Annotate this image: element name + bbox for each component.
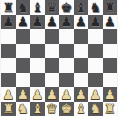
piece-white-bishop[interactable]: ♝ [75, 102, 87, 115]
piece-white-rook[interactable]: ♜ [104, 102, 116, 115]
square-g2[interactable]: ♟ [88, 87, 103, 102]
square-h2[interactable]: ♟ [103, 87, 118, 102]
square-a3[interactable] [1, 73, 16, 88]
square-f4[interactable] [74, 58, 89, 73]
square-f8[interactable]: ♝ [74, 0, 89, 15]
square-e2[interactable]: ♟ [59, 87, 74, 102]
piece-white-pawn[interactable]: ♟ [31, 88, 43, 101]
square-b3[interactable] [16, 73, 31, 88]
square-a4[interactable] [1, 58, 16, 73]
square-h8[interactable]: ♜ [103, 0, 118, 15]
piece-black-pawn[interactable]: ♟ [75, 15, 87, 28]
piece-white-pawn[interactable]: ♟ [89, 88, 101, 101]
square-c3[interactable] [30, 73, 45, 88]
square-d1[interactable]: ♛ [45, 102, 60, 117]
square-b8[interactable]: ♞ [16, 0, 31, 15]
piece-black-rook[interactable]: ♜ [2, 1, 14, 14]
square-a8[interactable]: ♜ [1, 0, 16, 15]
square-f2[interactable]: ♟ [74, 87, 89, 102]
square-c7[interactable]: ♟ [30, 15, 45, 30]
square-h1[interactable]: ♜ [103, 102, 118, 117]
piece-white-rook[interactable]: ♜ [2, 102, 14, 115]
square-d5[interactable] [45, 44, 60, 59]
square-h7[interactable]: ♟ [103, 15, 118, 30]
chess-app: ♜♞♝♛♚♝♞♜♟♟♟♟♟♟♟♟♟♟♟♟♟♟♟♟♜♞♝♛♚♝♞♜ [0, 0, 118, 116]
square-d2[interactable]: ♟ [45, 87, 60, 102]
square-a7[interactable]: ♟ [1, 15, 16, 30]
piece-black-rook[interactable]: ♜ [104, 1, 116, 14]
square-e7[interactable]: ♟ [59, 15, 74, 30]
square-b6[interactable] [16, 29, 31, 44]
square-c5[interactable] [30, 44, 45, 59]
piece-white-pawn[interactable]: ♟ [104, 88, 116, 101]
square-f5[interactable] [74, 44, 89, 59]
square-e4[interactable] [59, 58, 74, 73]
piece-black-bishop[interactable]: ♝ [31, 1, 43, 14]
square-a5[interactable] [1, 44, 16, 59]
square-c2[interactable]: ♟ [30, 87, 45, 102]
square-g1[interactable]: ♞ [88, 102, 103, 117]
piece-black-pawn[interactable]: ♟ [31, 15, 43, 28]
piece-white-knight[interactable]: ♞ [17, 102, 29, 115]
square-e3[interactable] [59, 73, 74, 88]
piece-white-queen[interactable]: ♛ [46, 102, 58, 115]
square-d8[interactable]: ♛ [45, 0, 60, 15]
square-c6[interactable] [30, 29, 45, 44]
square-b4[interactable] [16, 58, 31, 73]
piece-white-pawn[interactable]: ♟ [2, 88, 14, 101]
piece-black-pawn[interactable]: ♟ [89, 15, 101, 28]
piece-white-pawn[interactable]: ♟ [46, 88, 58, 101]
square-a6[interactable] [1, 29, 16, 44]
square-e1[interactable]: ♚ [59, 102, 74, 117]
square-f6[interactable] [74, 29, 89, 44]
piece-black-knight[interactable]: ♞ [17, 1, 29, 14]
square-g4[interactable] [88, 58, 103, 73]
piece-white-bishop[interactable]: ♝ [31, 102, 43, 115]
square-f3[interactable] [74, 73, 89, 88]
square-c1[interactable]: ♝ [30, 102, 45, 117]
square-a2[interactable]: ♟ [1, 87, 16, 102]
piece-white-pawn[interactable]: ♟ [75, 88, 87, 101]
chess-board: ♜♞♝♛♚♝♞♜♟♟♟♟♟♟♟♟♟♟♟♟♟♟♟♟♜♞♝♛♚♝♞♜ [0, 0, 118, 116]
square-e5[interactable] [59, 44, 74, 59]
square-f1[interactable]: ♝ [74, 102, 89, 117]
square-d6[interactable] [45, 29, 60, 44]
piece-black-pawn[interactable]: ♟ [17, 15, 29, 28]
square-a1[interactable]: ♜ [1, 102, 16, 117]
piece-white-king[interactable]: ♚ [60, 102, 72, 115]
piece-white-knight[interactable]: ♞ [89, 102, 101, 115]
square-h5[interactable] [103, 44, 118, 59]
piece-black-queen[interactable]: ♛ [46, 1, 58, 14]
square-g7[interactable]: ♟ [88, 15, 103, 30]
piece-white-pawn[interactable]: ♟ [60, 88, 72, 101]
square-b1[interactable]: ♞ [16, 102, 31, 117]
square-b2[interactable]: ♟ [16, 87, 31, 102]
square-d7[interactable]: ♟ [45, 15, 60, 30]
square-g5[interactable] [88, 44, 103, 59]
piece-black-bishop[interactable]: ♝ [75, 1, 87, 14]
square-d3[interactable] [45, 73, 60, 88]
square-g8[interactable]: ♞ [88, 0, 103, 15]
square-c4[interactable] [30, 58, 45, 73]
square-b7[interactable]: ♟ [16, 15, 31, 30]
square-g3[interactable] [88, 73, 103, 88]
piece-white-pawn[interactable]: ♟ [17, 88, 29, 101]
piece-black-pawn[interactable]: ♟ [2, 15, 14, 28]
piece-black-king[interactable]: ♚ [60, 1, 72, 14]
square-e6[interactable] [59, 29, 74, 44]
square-h6[interactable] [103, 29, 118, 44]
square-h4[interactable] [103, 58, 118, 73]
piece-black-knight[interactable]: ♞ [89, 1, 101, 14]
piece-black-pawn[interactable]: ♟ [46, 15, 58, 28]
piece-black-pawn[interactable]: ♟ [60, 15, 72, 28]
piece-black-pawn[interactable]: ♟ [104, 15, 116, 28]
square-e8[interactable]: ♚ [59, 0, 74, 15]
square-h3[interactable] [103, 73, 118, 88]
square-b5[interactable] [16, 44, 31, 59]
square-d4[interactable] [45, 58, 60, 73]
square-f7[interactable]: ♟ [74, 15, 89, 30]
square-c8[interactable]: ♝ [30, 0, 45, 15]
square-g6[interactable] [88, 29, 103, 44]
